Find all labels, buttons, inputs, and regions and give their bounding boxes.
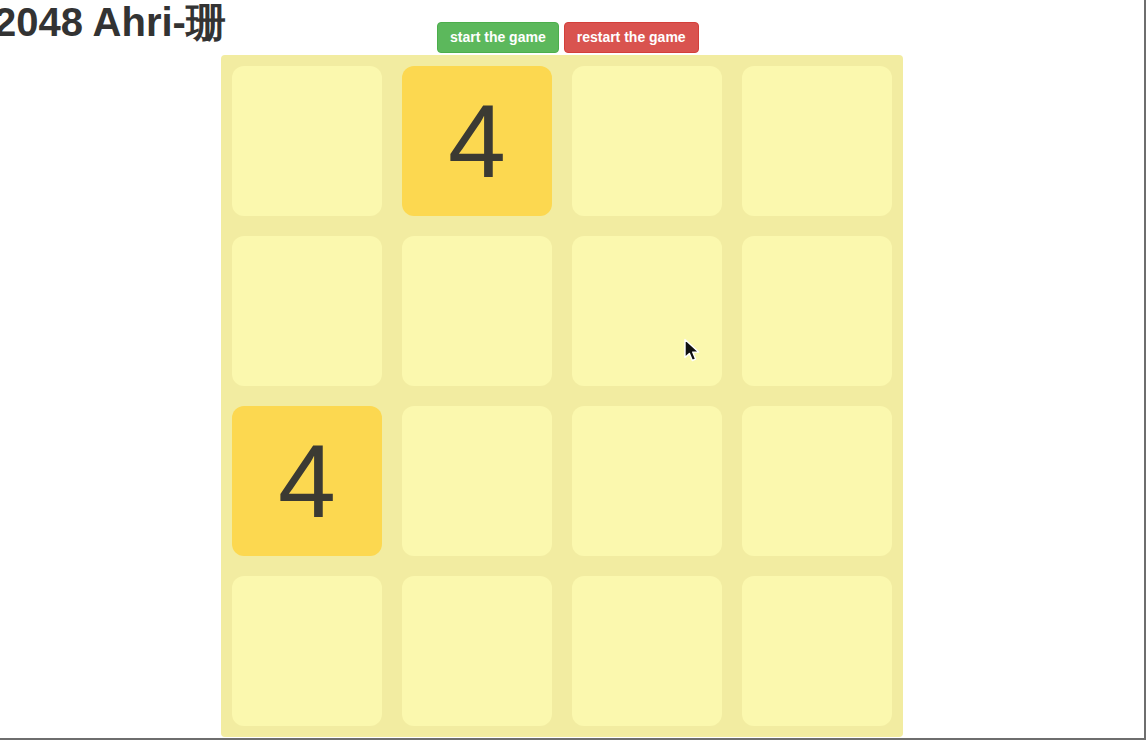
button-row: start the game restart the game <box>437 22 699 53</box>
grid-cell-empty <box>742 576 892 726</box>
tile-4: 4 <box>232 406 382 556</box>
start-game-button[interactable]: start the game <box>437 22 559 53</box>
grid-cell-empty <box>232 66 382 216</box>
grid-cell-empty <box>742 406 892 556</box>
grid-cell-empty <box>402 576 552 726</box>
grid-cell-empty <box>742 66 892 216</box>
tile-4: 4 <box>402 66 552 216</box>
grid-cell-empty <box>572 406 722 556</box>
grid-cell-empty <box>232 576 382 726</box>
grid-cell-empty <box>232 236 382 386</box>
grid-cell-empty <box>402 406 552 556</box>
board-grid: 44 <box>221 55 903 737</box>
grid-cell-empty <box>572 66 722 216</box>
page-title: 2048 Ahri-珊 <box>0 0 226 45</box>
grid-cell-empty <box>742 236 892 386</box>
grid-cell-empty <box>402 236 552 386</box>
grid-cell-empty <box>572 576 722 726</box>
restart-game-button[interactable]: restart the game <box>564 22 699 53</box>
grid-cell-empty <box>572 236 722 386</box>
